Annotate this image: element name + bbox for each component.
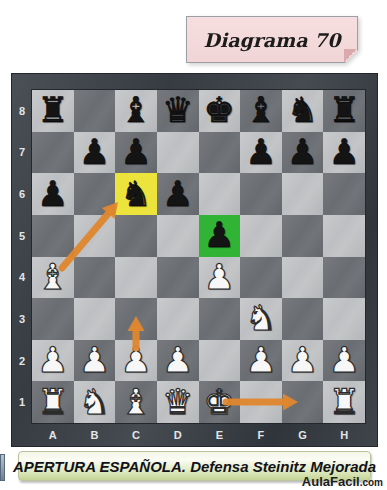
rank-label-3: 3 [12,298,32,340]
square-c2: ♟ [115,340,157,382]
square-a3 [32,298,74,340]
watermark-brand: AulaFacil [302,474,360,489]
piece-d6: ♟ [162,177,193,212]
piece-c8: ♝ [120,93,151,128]
piece-c1: ♝ [120,385,151,420]
square-g6 [282,173,324,215]
square-a8: ♜ [32,90,74,132]
square-g8: ♞ [282,90,324,132]
file-label-D: D [157,423,199,446]
square-b6 [74,173,116,215]
rank-label-7: 7 [12,132,32,174]
piece-a4: ♝ [37,260,68,295]
piece-e1: ♚ [204,385,235,420]
piece-b2: ♟ [79,343,110,378]
square-g4 [282,257,324,299]
piece-d8: ♛ [162,93,193,128]
piece-f8: ♝ [245,93,276,128]
square-a6: ♟ [32,173,74,215]
square-g7: ♟ [282,132,324,174]
square-f8: ♝ [240,90,282,132]
square-h7: ♟ [323,132,365,174]
square-b2: ♟ [74,340,116,382]
piece-e8: ♚ [204,93,235,128]
rank-label-6: 6 [12,173,32,215]
square-c4 [115,257,157,299]
square-g3 [282,298,324,340]
file-label-A: A [32,423,74,446]
piece-c6: ♞ [120,177,151,212]
square-b3 [74,298,116,340]
square-d4 [157,257,199,299]
piece-d1: ♛ [162,385,193,420]
square-e8: ♚ [199,90,241,132]
diagram-note-box: Diagrama 70 [186,16,358,63]
piece-h7: ♟ [328,135,359,170]
file-label-H: H [323,423,365,446]
piece-c7: ♟ [120,135,151,170]
square-c8: ♝ [115,90,157,132]
rank-label-8: 8 [12,90,32,132]
square-e6 [199,173,241,215]
square-d1: ♛ [157,381,199,423]
file-label-E: E [199,423,241,446]
rank-labels: 87654321 [12,90,32,423]
square-e7 [199,132,241,174]
piece-d2: ♟ [162,343,193,378]
square-f3: ♞ [240,298,282,340]
square-c6: ♞ [115,173,157,215]
file-label-B: B [74,423,116,446]
square-b5 [74,215,116,257]
square-g2: ♟ [282,340,324,382]
square-b4 [74,257,116,299]
square-a5 [32,215,74,257]
square-d6: ♟ [157,173,199,215]
piece-f2: ♟ [245,343,276,378]
square-f4 [240,257,282,299]
square-b8 [74,90,116,132]
file-label-G: G [282,423,324,446]
piece-f3: ♞ [245,301,276,336]
rank-label-5: 5 [12,215,32,257]
piece-b1: ♞ [79,385,110,420]
square-f5 [240,215,282,257]
page: Diagrama 70 87654321 ♜♝♛♚♝♞♜♟♟♟♟♟♟♞♟♟♝♟♞… [0,0,387,490]
note-fold-corner-icon [344,49,357,62]
piece-g8: ♞ [287,93,318,128]
rank-label-1: 1 [12,381,32,423]
piece-a8: ♜ [37,93,68,128]
square-g5 [282,215,324,257]
square-e2 [199,340,241,382]
square-e1: ♚ [199,381,241,423]
piece-f7: ♟ [245,135,276,170]
chess-board: ♜♝♛♚♝♞♜♟♟♟♟♟♟♞♟♟♝♟♞♟♟♟♟♟♟♟♜♞♝♛♚♜ [32,90,365,423]
piece-h1: ♜ [328,385,359,420]
square-f2: ♟ [240,340,282,382]
piece-c2: ♟ [120,343,151,378]
piece-g7: ♟ [287,135,318,170]
square-d3 [157,298,199,340]
piece-h2: ♟ [328,343,359,378]
square-e4: ♟ [199,257,241,299]
piece-a2: ♟ [37,343,68,378]
square-c5 [115,215,157,257]
rank-label-2: 2 [12,340,32,382]
rank-label-4: 4 [12,257,32,299]
piece-g2: ♟ [287,343,318,378]
square-c7: ♟ [115,132,157,174]
square-h4 [323,257,365,299]
square-h1: ♜ [323,381,365,423]
chess-board-frame: 87654321 ♜♝♛♚♝♞♜♟♟♟♟♟♟♞♟♟♝♟♞♟♟♟♟♟♟♟♜♞♝♛♚… [11,73,378,447]
square-b1: ♞ [74,381,116,423]
opening-caption-text: APERTURA ESPAÑOLA. Defensa Steinitz Mejo… [13,458,376,475]
piece-e4: ♟ [204,260,235,295]
square-c3 [115,298,157,340]
file-label-F: F [240,423,282,446]
watermark-suffix: .com [360,477,383,488]
square-a7 [32,132,74,174]
square-d8: ♛ [157,90,199,132]
square-a4: ♝ [32,257,74,299]
square-f7: ♟ [240,132,282,174]
piece-h8: ♜ [328,93,359,128]
square-h5 [323,215,365,257]
diagram-title: Diagrama 70 [203,29,340,51]
square-b7: ♟ [74,132,116,174]
square-d5 [157,215,199,257]
square-f6 [240,173,282,215]
square-h8: ♜ [323,90,365,132]
square-e3 [199,298,241,340]
square-a2: ♟ [32,340,74,382]
piece-b7: ♟ [79,135,110,170]
square-h2: ♟ [323,340,365,382]
watermark: AulaFacil.com [302,474,383,489]
piece-a6: ♟ [37,177,68,212]
diagram-note: Diagrama 70 [93,8,265,55]
square-e5: ♟ [199,215,241,257]
square-a1: ♜ [32,381,74,423]
file-labels: ABCDEFGH [32,423,365,446]
square-f1 [240,381,282,423]
square-d2: ♟ [157,340,199,382]
piece-a1: ♜ [37,385,68,420]
caption-accent-bar [0,454,5,481]
square-d7 [157,132,199,174]
piece-e5: ♟ [204,218,235,253]
square-c1: ♝ [115,381,157,423]
square-g1 [282,381,324,423]
file-label-C: C [115,423,157,446]
square-h6 [323,173,365,215]
square-h3 [323,298,365,340]
